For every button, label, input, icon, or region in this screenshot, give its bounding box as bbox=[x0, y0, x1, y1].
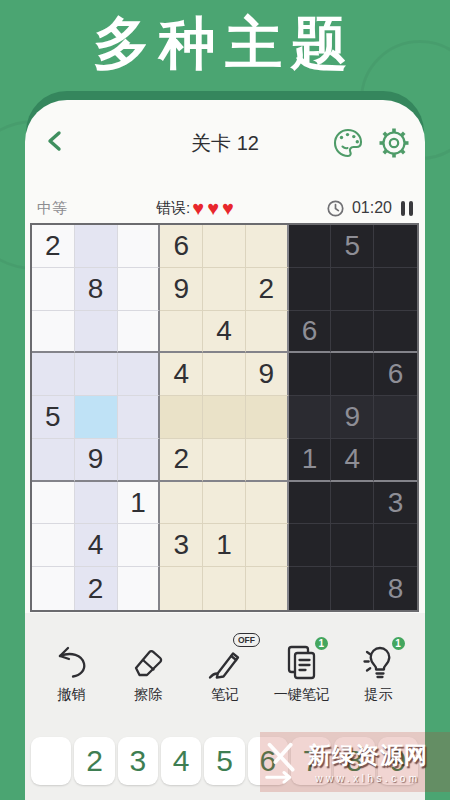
cell-r8c5[interactable]: 1 bbox=[203, 524, 246, 567]
pencil-icon: OFF bbox=[205, 642, 245, 682]
cell-r5c2[interactable] bbox=[75, 396, 118, 439]
cell-r4c5[interactable] bbox=[203, 353, 246, 396]
cell-r9c5[interactable] bbox=[203, 567, 246, 610]
cell-r2c3[interactable] bbox=[118, 268, 161, 311]
cell-r5c7[interactable] bbox=[289, 396, 332, 439]
notes-button[interactable]: OFF 笔记 bbox=[190, 642, 260, 704]
watermark-site-name: 新绿资源网 bbox=[308, 740, 428, 771]
cell-r6c7[interactable]: 1 bbox=[289, 439, 332, 482]
cell-r2c7[interactable] bbox=[289, 268, 332, 311]
hint-button[interactable]: 1 提示 bbox=[344, 642, 414, 704]
auto-notes-count-badge: 1 bbox=[313, 635, 330, 652]
clock-icon bbox=[326, 199, 345, 218]
cell-r4c4[interactable]: 4 bbox=[160, 353, 203, 396]
cell-r6c5[interactable] bbox=[203, 439, 246, 482]
gear-icon bbox=[377, 126, 411, 160]
numpad-key-3[interactable]: 3 bbox=[118, 737, 158, 785]
sudoku-grid: 265892464965992141343128 bbox=[30, 223, 419, 612]
cell-r5c8[interactable]: 9 bbox=[331, 396, 374, 439]
cell-r2c8[interactable] bbox=[331, 268, 374, 311]
watermark: 新绿资源网 www.xlhs.com bbox=[260, 732, 450, 792]
notes-off-badge: OFF bbox=[233, 633, 260, 647]
hearts-icons: ♥♥♥ bbox=[192, 198, 237, 218]
cell-r6c2[interactable]: 9 bbox=[75, 439, 118, 482]
cell-r8c9[interactable] bbox=[374, 524, 417, 567]
cell-r7c8[interactable] bbox=[331, 482, 374, 525]
cell-r8c4[interactable]: 3 bbox=[160, 524, 203, 567]
cell-r1c8[interactable]: 5 bbox=[331, 225, 374, 268]
cell-r4c3[interactable] bbox=[118, 353, 161, 396]
cell-r3c3[interactable] bbox=[118, 311, 161, 354]
cell-r8c1[interactable] bbox=[32, 524, 75, 567]
cell-r2c2[interactable]: 8 bbox=[75, 268, 118, 311]
cell-r3c9[interactable] bbox=[374, 311, 417, 354]
cell-r2c1[interactable] bbox=[32, 268, 75, 311]
undo-icon bbox=[51, 642, 91, 682]
cell-r2c6[interactable]: 2 bbox=[246, 268, 289, 311]
cell-r4c2[interactable] bbox=[75, 353, 118, 396]
cell-r4c6[interactable]: 9 bbox=[246, 353, 289, 396]
cell-r5c3[interactable] bbox=[118, 396, 161, 439]
cell-r6c8[interactable]: 4 bbox=[331, 439, 374, 482]
timer-group: 01:20 bbox=[326, 199, 415, 218]
auto-notes-label: 一键笔记 bbox=[274, 686, 330, 704]
difficulty-label: 中等 bbox=[37, 199, 67, 218]
cell-r7c4[interactable] bbox=[160, 482, 203, 525]
timer-value: 01:20 bbox=[352, 199, 392, 217]
game-card: 关卡 12 bbox=[25, 100, 425, 800]
cell-r9c1[interactable] bbox=[32, 567, 75, 610]
cell-r6c3[interactable] bbox=[118, 439, 161, 482]
cell-r7c1[interactable] bbox=[32, 482, 75, 525]
cell-r7c2[interactable] bbox=[75, 482, 118, 525]
numpad-key-5[interactable]: 5 bbox=[204, 737, 244, 785]
numpad-key-4[interactable]: 4 bbox=[161, 737, 201, 785]
cell-r1c1[interactable]: 2 bbox=[32, 225, 75, 268]
cell-r4c1[interactable] bbox=[32, 353, 75, 396]
cell-r9c3[interactable] bbox=[118, 567, 161, 610]
cell-r8c7[interactable] bbox=[289, 524, 332, 567]
cell-r1c7[interactable] bbox=[289, 225, 332, 268]
banner-title: 多种主题 bbox=[0, 6, 450, 83]
cell-r4c7[interactable] bbox=[289, 353, 332, 396]
cell-r4c8[interactable] bbox=[331, 353, 374, 396]
cell-r6c4[interactable]: 2 bbox=[160, 439, 203, 482]
cell-r5c9[interactable] bbox=[374, 396, 417, 439]
cell-r5c1[interactable]: 5 bbox=[32, 396, 75, 439]
palette-icon bbox=[331, 126, 365, 160]
cell-r5c5[interactable] bbox=[203, 396, 246, 439]
cell-r7c7[interactable] bbox=[289, 482, 332, 525]
cell-r9c6[interactable] bbox=[246, 567, 289, 610]
cell-r1c6[interactable] bbox=[246, 225, 289, 268]
cell-r9c8[interactable] bbox=[331, 567, 374, 610]
bulb-icon: 1 bbox=[359, 642, 399, 682]
status-row: 中等 错误: ♥♥♥ 01:20 bbox=[37, 196, 415, 220]
cell-r1c2[interactable] bbox=[75, 225, 118, 268]
cell-r9c4[interactable] bbox=[160, 567, 203, 610]
errors-label: 错误: bbox=[156, 199, 190, 218]
cell-r7c3[interactable]: 1 bbox=[118, 482, 161, 525]
cell-r7c6[interactable] bbox=[246, 482, 289, 525]
pause-button[interactable] bbox=[399, 199, 415, 218]
cell-r2c9[interactable] bbox=[374, 268, 417, 311]
hint-count-badge: 1 bbox=[390, 635, 407, 652]
cell-r8c3[interactable] bbox=[118, 524, 161, 567]
cell-r6c9[interactable] bbox=[374, 439, 417, 482]
cell-r2c4[interactable]: 9 bbox=[160, 268, 203, 311]
erase-label: 擦除 bbox=[134, 686, 162, 704]
cell-r3c4[interactable] bbox=[160, 311, 203, 354]
cell-r4c9[interactable]: 6 bbox=[374, 353, 417, 396]
cell-r3c8[interactable] bbox=[331, 311, 374, 354]
cell-r3c2[interactable] bbox=[75, 311, 118, 354]
copy-notes-icon: 1 bbox=[282, 642, 322, 682]
notes-label: 笔记 bbox=[211, 686, 239, 704]
cell-r6c6[interactable] bbox=[246, 439, 289, 482]
cell-r6c1[interactable] bbox=[32, 439, 75, 482]
numpad-key-blank[interactable] bbox=[31, 737, 71, 785]
theme-button[interactable] bbox=[331, 126, 365, 160]
hint-label: 提示 bbox=[365, 686, 393, 704]
cell-r9c9[interactable]: 8 bbox=[374, 567, 417, 610]
cell-r1c3[interactable] bbox=[118, 225, 161, 268]
cell-r1c9[interactable] bbox=[374, 225, 417, 268]
errors-indicator: 错误: ♥♥♥ bbox=[156, 198, 237, 218]
page-title: 关卡 12 bbox=[25, 130, 425, 157]
cell-r3c5[interactable]: 4 bbox=[203, 311, 246, 354]
watermark-url: www.xlhs.com bbox=[315, 773, 420, 784]
undo-label: 撤销 bbox=[57, 686, 85, 704]
cell-r9c7[interactable] bbox=[289, 567, 332, 610]
toolbar: 撤销 擦除 OFF 笔记 bbox=[33, 638, 417, 704]
watermark-logo-icon bbox=[260, 737, 306, 787]
cell-r1c5[interactable] bbox=[203, 225, 246, 268]
cell-r5c6[interactable] bbox=[246, 396, 289, 439]
auto-notes-button[interactable]: 1 一键笔记 bbox=[267, 642, 337, 704]
undo-button[interactable]: 撤销 bbox=[36, 642, 106, 704]
cell-r5c4[interactable] bbox=[160, 396, 203, 439]
erase-button[interactable]: 擦除 bbox=[113, 642, 183, 704]
cell-r2c5[interactable] bbox=[203, 268, 246, 311]
cell-r1c4[interactable]: 6 bbox=[160, 225, 203, 268]
cell-r3c7[interactable]: 6 bbox=[289, 311, 332, 354]
cell-r3c1[interactable] bbox=[32, 311, 75, 354]
cell-r3c6[interactable] bbox=[246, 311, 289, 354]
cell-r8c6[interactable] bbox=[246, 524, 289, 567]
cell-r7c5[interactable] bbox=[203, 482, 246, 525]
cell-r8c8[interactable] bbox=[331, 524, 374, 567]
numpad-key-2[interactable]: 2 bbox=[74, 737, 114, 785]
eraser-icon bbox=[128, 642, 168, 682]
cell-r8c2[interactable]: 4 bbox=[75, 524, 118, 567]
cell-r9c2[interactable]: 2 bbox=[75, 567, 118, 610]
cell-r7c9[interactable]: 3 bbox=[374, 482, 417, 525]
settings-button[interactable] bbox=[377, 126, 411, 160]
